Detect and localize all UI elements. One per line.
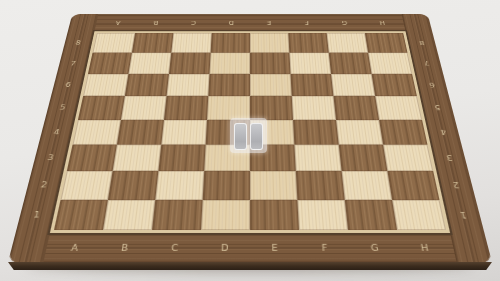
board-front-edge (8, 262, 492, 270)
photo-watermark (230, 118, 267, 153)
square-h5[interactable] (375, 96, 422, 120)
square-h8[interactable] (365, 33, 408, 53)
square-g1[interactable] (345, 200, 397, 230)
square-a4[interactable] (73, 120, 121, 145)
square-h4[interactable] (379, 120, 427, 145)
square-g5[interactable] (333, 96, 379, 120)
file-top-h: H (362, 14, 403, 31)
square-a1[interactable] (54, 200, 108, 230)
square-e1[interactable] (250, 200, 299, 230)
square-g3[interactable] (339, 145, 388, 172)
rank-left-2: 2 (24, 171, 63, 199)
square-d2[interactable] (203, 171, 250, 199)
square-h1[interactable] (392, 200, 446, 230)
rank-right-4: 4 (425, 120, 461, 145)
file-bottom-b: B (98, 233, 152, 263)
rank-right-7: 7 (410, 53, 443, 74)
square-c8[interactable] (171, 33, 211, 53)
rank-right-2: 2 (436, 171, 475, 199)
square-g6[interactable] (331, 74, 375, 96)
file-labels-top: ABCDEFGH (97, 14, 403, 31)
square-f5[interactable] (292, 96, 336, 120)
square-g2[interactable] (342, 171, 392, 199)
square-c1[interactable] (152, 200, 203, 230)
file-top-e: E (250, 14, 288, 31)
rank-right-3: 3 (431, 145, 469, 172)
square-f2[interactable] (296, 171, 345, 199)
square-d1[interactable] (201, 200, 250, 230)
square-e5[interactable] (250, 96, 293, 120)
rank-left-3: 3 (32, 145, 70, 172)
square-c3[interactable] (158, 145, 205, 172)
square-a6[interactable] (83, 74, 128, 96)
square-f7[interactable] (289, 53, 331, 74)
file-bottom-e: E (250, 233, 301, 263)
file-bottom-c: C (148, 233, 200, 263)
square-f3[interactable] (294, 145, 341, 172)
square-d8[interactable] (211, 33, 250, 53)
file-top-g: G (325, 14, 365, 31)
square-a5[interactable] (78, 96, 125, 120)
file-top-f: F (287, 14, 326, 31)
file-bottom-d: D (199, 233, 250, 263)
square-f4[interactable] (293, 120, 339, 145)
square-d5[interactable] (207, 96, 250, 120)
square-b1[interactable] (103, 200, 155, 230)
rank-left-5: 5 (45, 96, 80, 120)
file-bottom-f: F (299, 233, 351, 263)
rank-right-1: 1 (443, 200, 484, 230)
rank-left-8: 8 (62, 33, 94, 53)
rank-left-4: 4 (39, 120, 75, 145)
square-f6[interactable] (291, 74, 334, 96)
square-b2[interactable] (108, 171, 158, 199)
rank-right-8: 8 (406, 33, 438, 53)
square-d7[interactable] (209, 53, 250, 74)
square-d6[interactable] (208, 74, 250, 96)
square-h2[interactable] (387, 171, 439, 199)
photo-backdrop: ABCDEFGH ABCDEFGH 87654321 87654321 (0, 0, 500, 281)
square-g4[interactable] (336, 120, 383, 145)
square-g7[interactable] (329, 53, 372, 74)
square-e6[interactable] (250, 74, 292, 96)
square-g8[interactable] (327, 33, 369, 53)
rank-right-6: 6 (415, 74, 449, 96)
file-top-a: A (97, 14, 138, 31)
square-a8[interactable] (92, 33, 135, 53)
rank-right-5: 5 (420, 96, 455, 120)
square-f1[interactable] (297, 200, 348, 230)
square-c2[interactable] (155, 171, 204, 199)
square-h6[interactable] (372, 74, 417, 96)
rank-left-7: 7 (57, 53, 90, 74)
file-bottom-a: A (47, 233, 103, 263)
file-top-c: C (174, 14, 213, 31)
square-a7[interactable] (88, 53, 132, 74)
square-b3[interactable] (113, 145, 162, 172)
file-bottom-g: G (348, 233, 402, 263)
watermark-bar-left (234, 123, 247, 150)
file-bottom-h: H (398, 233, 454, 263)
square-b5[interactable] (121, 96, 167, 120)
square-e2[interactable] (250, 171, 297, 199)
file-top-d: D (212, 14, 250, 31)
square-e8[interactable] (250, 33, 289, 53)
file-top-b: B (135, 14, 175, 31)
rank-left-1: 1 (16, 200, 57, 230)
square-a2[interactable] (61, 171, 113, 199)
file-labels-bottom: ABCDEFGH (47, 233, 454, 263)
square-h3[interactable] (383, 145, 433, 172)
square-h7[interactable] (368, 53, 412, 74)
square-b7[interactable] (128, 53, 171, 74)
square-c5[interactable] (164, 96, 208, 120)
watermark-bar-right (250, 123, 263, 150)
square-b4[interactable] (117, 120, 164, 145)
square-a3[interactable] (67, 145, 117, 172)
rank-left-6: 6 (51, 74, 85, 96)
square-b6[interactable] (125, 74, 169, 96)
square-b8[interactable] (132, 33, 174, 53)
square-c4[interactable] (161, 120, 207, 145)
square-e7[interactable] (250, 53, 291, 74)
square-c6[interactable] (167, 74, 210, 96)
square-c7[interactable] (169, 53, 211, 74)
square-f8[interactable] (288, 33, 328, 53)
